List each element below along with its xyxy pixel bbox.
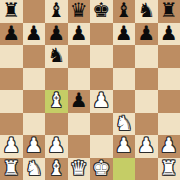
square-a5[interactable] [0, 68, 23, 91]
square-f3[interactable]: ♞ [113, 113, 136, 136]
square-h5[interactable] [158, 68, 181, 91]
square-a6[interactable] [0, 45, 23, 68]
square-c2[interactable]: ♟ [45, 135, 68, 158]
square-c6[interactable]: ♞ [45, 45, 68, 68]
square-b7[interactable]: ♟ [23, 23, 46, 46]
white-bishop[interactable]: ♝ [47, 90, 65, 110]
square-g3[interactable] [135, 113, 158, 136]
square-d6[interactable] [68, 45, 91, 68]
square-e8[interactable]: ♚ [90, 0, 113, 23]
square-b4[interactable] [23, 90, 46, 113]
white-pawn[interactable]: ♟ [92, 90, 110, 110]
square-g2[interactable]: ♟ [135, 135, 158, 158]
square-c8[interactable]: ♝ [45, 0, 68, 23]
black-bishop[interactable]: ♝ [115, 0, 133, 20]
black-knight[interactable]: ♞ [137, 0, 155, 20]
square-a2[interactable]: ♟ [0, 135, 23, 158]
white-pawn[interactable]: ♟ [160, 135, 178, 155]
black-rook[interactable]: ♜ [160, 0, 178, 20]
square-b6[interactable] [23, 45, 46, 68]
square-h3[interactable] [158, 113, 181, 136]
square-e1[interactable]: ♚ [90, 158, 113, 181]
square-c5[interactable] [45, 68, 68, 91]
square-e7[interactable] [90, 23, 113, 46]
square-b8[interactable] [23, 0, 46, 23]
square-b5[interactable] [23, 68, 46, 91]
square-g8[interactable]: ♞ [135, 0, 158, 23]
square-g7[interactable]: ♟ [135, 23, 158, 46]
square-d5[interactable] [68, 68, 91, 91]
black-pawn[interactable]: ♟ [25, 23, 43, 43]
square-f8[interactable]: ♝ [113, 0, 136, 23]
white-rook[interactable]: ♜ [160, 158, 178, 178]
square-b3[interactable] [23, 113, 46, 136]
white-knight[interactable]: ♞ [115, 113, 133, 133]
square-f5[interactable] [113, 68, 136, 91]
black-pawn[interactable]: ♟ [70, 23, 88, 43]
white-rook[interactable]: ♜ [2, 158, 20, 178]
square-d8[interactable]: ♛ [68, 0, 91, 23]
square-a3[interactable] [0, 113, 23, 136]
square-f2[interactable]: ♟ [113, 135, 136, 158]
square-a7[interactable]: ♟ [0, 23, 23, 46]
square-d2[interactable] [68, 135, 91, 158]
square-e4[interactable]: ♟ [90, 90, 113, 113]
square-e3[interactable] [90, 113, 113, 136]
black-pawn[interactable]: ♟ [70, 90, 88, 110]
square-c1[interactable]: ♝ [45, 158, 68, 181]
white-king[interactable]: ♚ [92, 158, 110, 178]
black-pawn[interactable]: ♟ [115, 23, 133, 43]
square-d7[interactable]: ♟ [68, 23, 91, 46]
square-f6[interactable] [113, 45, 136, 68]
square-g4[interactable] [135, 90, 158, 113]
black-bishop[interactable]: ♝ [47, 0, 65, 20]
square-h4[interactable] [158, 90, 181, 113]
black-pawn[interactable]: ♟ [47, 23, 65, 43]
white-pawn[interactable]: ♟ [25, 135, 43, 155]
square-d4[interactable]: ♟ [68, 90, 91, 113]
square-a1[interactable]: ♜ [0, 158, 23, 181]
black-king[interactable]: ♚ [92, 0, 110, 20]
black-rook[interactable]: ♜ [2, 0, 20, 20]
square-b1[interactable]: ♞ [23, 158, 46, 181]
white-pawn[interactable]: ♟ [47, 135, 65, 155]
white-pawn[interactable]: ♟ [115, 135, 133, 155]
square-h2[interactable]: ♟ [158, 135, 181, 158]
square-h6[interactable] [158, 45, 181, 68]
white-queen[interactable]: ♛ [70, 158, 88, 178]
square-e5[interactable] [90, 68, 113, 91]
white-bishop[interactable]: ♝ [47, 158, 65, 178]
square-g1[interactable] [135, 158, 158, 181]
square-c3[interactable] [45, 113, 68, 136]
square-g6[interactable] [135, 45, 158, 68]
square-c4[interactable]: ♝ [45, 90, 68, 113]
square-e2[interactable] [90, 135, 113, 158]
chess-board: ♜♝♛♚♝♞♜♟♟♟♟♟♟♟♞♝♟♟♞♟♟♟♟♟♟♜♞♝♛♚♜ [0, 0, 180, 180]
square-h8[interactable]: ♜ [158, 0, 181, 23]
white-pawn[interactable]: ♟ [2, 135, 20, 155]
square-f7[interactable]: ♟ [113, 23, 136, 46]
square-h1[interactable]: ♜ [158, 158, 181, 181]
white-knight[interactable]: ♞ [25, 158, 43, 178]
black-pawn[interactable]: ♟ [137, 23, 155, 43]
square-d3[interactable] [68, 113, 91, 136]
square-a8[interactable]: ♜ [0, 0, 23, 23]
black-knight[interactable]: ♞ [47, 45, 65, 65]
square-a4[interactable] [0, 90, 23, 113]
black-queen[interactable]: ♛ [70, 0, 88, 20]
square-d1[interactable]: ♛ [68, 158, 91, 181]
square-h7[interactable]: ♟ [158, 23, 181, 46]
black-pawn[interactable]: ♟ [160, 23, 178, 43]
white-pawn[interactable]: ♟ [137, 135, 155, 155]
square-b2[interactable]: ♟ [23, 135, 46, 158]
square-c7[interactable]: ♟ [45, 23, 68, 46]
square-f1[interactable] [113, 158, 136, 181]
square-e6[interactable] [90, 45, 113, 68]
square-f4[interactable] [113, 90, 136, 113]
black-pawn[interactable]: ♟ [2, 23, 20, 43]
square-g5[interactable] [135, 68, 158, 91]
